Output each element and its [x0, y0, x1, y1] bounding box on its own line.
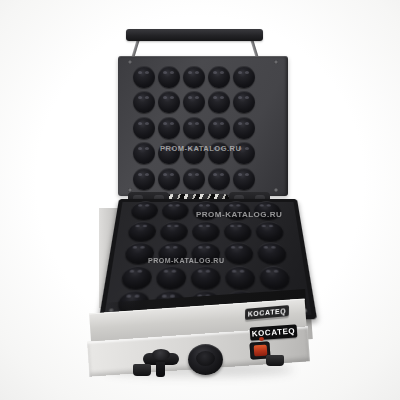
ball-cavity: [155, 265, 186, 288]
ball-cavity: [183, 117, 205, 139]
ball-cavity: [255, 221, 285, 241]
ball-cavity: [208, 168, 230, 190]
ball-cavity: [158, 117, 180, 139]
lid-handle: [126, 29, 263, 41]
ball-cavity: [133, 91, 155, 113]
ball-cavity: [161, 201, 189, 220]
ball-cavity: [158, 91, 180, 113]
ball-cavity: [133, 142, 155, 164]
ball-cavity: [224, 221, 253, 241]
ball-cavity: [208, 91, 230, 113]
watermark: PROM-KATALOG.RU: [196, 210, 282, 219]
ball-cavity: [183, 91, 205, 113]
watermark: PROM-KATALOG.RU: [148, 257, 224, 264]
screw: [274, 60, 278, 64]
ball-cavity: [158, 66, 180, 88]
screw: [128, 60, 132, 64]
ball-cavity: [133, 168, 155, 190]
foot-left: [133, 364, 151, 376]
ball-cavity: [120, 265, 153, 288]
product-photo-waffle-ball-maker: PROM-KATALOG.RU PROM-KATALOG.RU PROM-KAT…: [0, 0, 400, 400]
ball-cavity: [183, 168, 205, 190]
ball-cavity: [130, 201, 159, 220]
ball-cavity: [259, 265, 291, 288]
ball-cavity: [159, 221, 188, 241]
ball-cavity: [233, 66, 255, 88]
ball-cavity: [183, 66, 205, 88]
thermostat-knob: [188, 344, 223, 375]
foot-right: [266, 355, 284, 366]
timer-knob-pointer: [156, 362, 165, 377]
ball-cavity: [127, 221, 157, 241]
power-indicator: [259, 337, 264, 341]
ball-cavity: [224, 242, 254, 264]
power-switch-rocker: [253, 345, 267, 357]
ball-cavity: [233, 91, 255, 113]
ball-cavity: [133, 66, 155, 88]
screw: [274, 188, 278, 192]
top-plate-ball-grid: [118, 56, 288, 196]
ball-cavity: [208, 117, 230, 139]
ball-cavity: [158, 168, 180, 190]
ball-cavity: [190, 265, 220, 288]
ball-cavity: [192, 221, 220, 241]
ball-cavity: [225, 265, 256, 288]
watermark: PROM-KATALOG.RU: [160, 144, 241, 153]
ball-cavity: [133, 117, 155, 139]
timer-knob-hub: [152, 349, 170, 360]
ball-cavity: [208, 66, 230, 88]
ball-cavity: [233, 168, 255, 190]
ball-cavity: [233, 117, 255, 139]
ball-cavity: [257, 242, 288, 264]
top-plate: [118, 56, 288, 196]
